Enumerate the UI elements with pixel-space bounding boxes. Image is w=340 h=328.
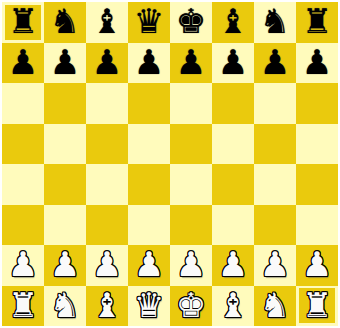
square-c7[interactable]: ♟ xyxy=(86,43,128,84)
square-e8[interactable]: ♚ xyxy=(170,2,212,43)
square-e4[interactable] xyxy=(170,164,212,205)
piece-black-knight: ♞ xyxy=(50,4,80,38)
square-a6[interactable] xyxy=(2,83,44,124)
square-b3[interactable] xyxy=(44,205,86,246)
square-b2[interactable]: ♟ xyxy=(44,245,86,286)
piece-white-queen: ♛ xyxy=(134,288,164,322)
piece-white-pawn: ♟ xyxy=(50,247,80,281)
piece-black-pawn: ♟ xyxy=(218,45,248,79)
piece-white-pawn: ♟ xyxy=(8,247,38,281)
square-a2[interactable]: ♟ xyxy=(2,245,44,286)
square-f6[interactable] xyxy=(212,83,254,124)
square-g2[interactable]: ♟ xyxy=(254,245,296,286)
square-c6[interactable] xyxy=(86,83,128,124)
piece-white-pawn: ♟ xyxy=(92,247,122,281)
square-d1[interactable]: ♛ xyxy=(128,286,170,327)
square-g3[interactable] xyxy=(254,205,296,246)
square-h4[interactable] xyxy=(296,164,338,205)
square-g1[interactable]: ♞ xyxy=(254,286,296,327)
square-a1[interactable]: ♜ xyxy=(2,286,44,327)
piece-black-pawn: ♟ xyxy=(176,45,206,79)
square-c2[interactable]: ♟ xyxy=(86,245,128,286)
square-e6[interactable] xyxy=(170,83,212,124)
square-f8[interactable]: ♝ xyxy=(212,2,254,43)
piece-white-pawn: ♟ xyxy=(302,247,332,281)
piece-white-bishop: ♝ xyxy=(218,288,248,322)
square-b7[interactable]: ♟ xyxy=(44,43,86,84)
square-h2[interactable]: ♟ xyxy=(296,245,338,286)
piece-white-rook: ♜ xyxy=(302,288,332,322)
square-f2[interactable]: ♟ xyxy=(212,245,254,286)
piece-white-king: ♚ xyxy=(176,288,206,322)
square-f3[interactable] xyxy=(212,205,254,246)
square-b5[interactable] xyxy=(44,124,86,165)
square-d5[interactable] xyxy=(128,124,170,165)
square-e3[interactable] xyxy=(170,205,212,246)
square-d7[interactable]: ♟ xyxy=(128,43,170,84)
piece-black-pawn: ♟ xyxy=(302,45,332,79)
square-f1[interactable]: ♝ xyxy=(212,286,254,327)
piece-black-knight: ♞ xyxy=(260,4,290,38)
piece-white-knight: ♞ xyxy=(260,288,290,322)
piece-black-bishop: ♝ xyxy=(92,4,122,38)
square-b4[interactable] xyxy=(44,164,86,205)
square-c8[interactable]: ♝ xyxy=(86,2,128,43)
square-c4[interactable] xyxy=(86,164,128,205)
square-h1[interactable]: ♜ xyxy=(296,286,338,327)
chess-board: ♜♞♝♛♚♝♞♜♟♟♟♟♟♟♟♟♟♟♟♟♟♟♟♟♜♞♝♛♚♝♞♜ xyxy=(2,2,338,326)
square-f5[interactable] xyxy=(212,124,254,165)
square-c3[interactable] xyxy=(86,205,128,246)
square-g4[interactable] xyxy=(254,164,296,205)
square-d4[interactable] xyxy=(128,164,170,205)
square-h6[interactable] xyxy=(296,83,338,124)
piece-sprite-background: ♜ xyxy=(5,5,41,40)
square-a4[interactable] xyxy=(2,164,44,205)
piece-black-pawn: ♟ xyxy=(260,45,290,79)
square-d2[interactable]: ♟ xyxy=(128,245,170,286)
square-f4[interactable] xyxy=(212,164,254,205)
square-g6[interactable] xyxy=(254,83,296,124)
piece-white-bishop: ♝ xyxy=(92,288,122,322)
piece-black-pawn: ♟ xyxy=(92,45,122,79)
piece-white-pawn: ♟ xyxy=(134,247,164,281)
square-d6[interactable] xyxy=(128,83,170,124)
square-h8[interactable]: ♜ xyxy=(296,2,338,43)
piece-black-king: ♚ xyxy=(176,4,206,38)
piece-black-pawn: ♟ xyxy=(134,45,164,79)
square-e2[interactable]: ♟ xyxy=(170,245,212,286)
square-e1[interactable]: ♚ xyxy=(170,286,212,327)
square-g5[interactable] xyxy=(254,124,296,165)
piece-black-bishop: ♝ xyxy=(218,4,248,38)
square-f7[interactable]: ♟ xyxy=(212,43,254,84)
square-e7[interactable]: ♟ xyxy=(170,43,212,84)
square-g8[interactable]: ♞ xyxy=(254,2,296,43)
square-g7[interactable]: ♟ xyxy=(254,43,296,84)
square-c1[interactable]: ♝ xyxy=(86,286,128,327)
piece-white-pawn: ♟ xyxy=(218,247,248,281)
piece-black-pawn: ♟ xyxy=(8,45,38,79)
piece-black-rook: ♜ xyxy=(302,4,332,38)
square-a3[interactable] xyxy=(2,205,44,246)
square-b6[interactable] xyxy=(44,83,86,124)
square-c5[interactable] xyxy=(86,124,128,165)
square-h7[interactable]: ♟ xyxy=(296,43,338,84)
square-a8[interactable]: ♜ xyxy=(2,2,44,43)
square-a7[interactable]: ♟ xyxy=(2,43,44,84)
square-d3[interactable] xyxy=(128,205,170,246)
square-a5[interactable] xyxy=(2,124,44,165)
piece-black-rook: ♜ xyxy=(8,4,38,38)
piece-black-pawn: ♟ xyxy=(50,45,80,79)
square-b8[interactable]: ♞ xyxy=(44,2,86,43)
piece-sprite-background: ♜ xyxy=(299,288,335,323)
piece-white-pawn: ♟ xyxy=(260,247,290,281)
square-h5[interactable] xyxy=(296,124,338,165)
square-h3[interactable] xyxy=(296,205,338,246)
piece-white-rook: ♜ xyxy=(8,288,38,322)
square-d8[interactable]: ♛ xyxy=(128,2,170,43)
piece-white-knight: ♞ xyxy=(50,288,80,322)
piece-black-queen: ♛ xyxy=(134,4,164,38)
square-b1[interactable]: ♞ xyxy=(44,286,86,327)
square-e5[interactable] xyxy=(170,124,212,165)
piece-white-pawn: ♟ xyxy=(176,247,206,281)
